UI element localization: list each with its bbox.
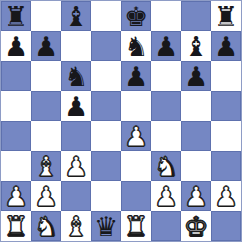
piece-white-pawn[interactable]: ♟: [214, 183, 238, 210]
square-d3[interactable]: [91, 151, 121, 181]
square-h2[interactable]: ♟: [211, 181, 241, 211]
square-a4[interactable]: [1, 121, 31, 151]
square-b6[interactable]: [31, 61, 61, 91]
square-e1[interactable]: ♜: [121, 211, 151, 241]
chess-board-container: ♜♝♚♜♟♟♞♟♝♟♞♟♟♟♟♝♟♞♟♟♟♟♟♜♞♝♛♜♚: [0, 0, 242, 242]
square-b1[interactable]: ♞: [31, 211, 61, 241]
square-h4[interactable]: [211, 121, 241, 151]
square-d8[interactable]: [91, 1, 121, 31]
square-h6[interactable]: [211, 61, 241, 91]
square-b7[interactable]: ♟: [31, 31, 61, 61]
square-g2[interactable]: ♟: [181, 181, 211, 211]
piece-black-pawn[interactable]: ♟: [154, 33, 178, 60]
square-g6[interactable]: ♟: [181, 61, 211, 91]
square-f6[interactable]: [151, 61, 181, 91]
square-a5[interactable]: [1, 91, 31, 121]
square-f3[interactable]: ♞: [151, 151, 181, 181]
piece-white-rook[interactable]: ♜: [4, 213, 28, 240]
square-e7[interactable]: ♞: [121, 31, 151, 61]
square-b8[interactable]: [31, 1, 61, 31]
square-d4[interactable]: [91, 121, 121, 151]
piece-black-knight[interactable]: ♞: [124, 33, 148, 60]
piece-white-pawn[interactable]: ♟: [184, 183, 208, 210]
piece-white-bishop[interactable]: ♝: [34, 153, 58, 180]
square-e3[interactable]: [121, 151, 151, 181]
square-a7[interactable]: ♟: [1, 31, 31, 61]
square-e4[interactable]: ♟: [121, 121, 151, 151]
square-f7[interactable]: ♟: [151, 31, 181, 61]
square-h3[interactable]: [211, 151, 241, 181]
square-d7[interactable]: [91, 31, 121, 61]
piece-black-pawn[interactable]: ♟: [4, 33, 28, 60]
square-g5[interactable]: [181, 91, 211, 121]
square-b3[interactable]: ♝: [31, 151, 61, 181]
square-c4[interactable]: [61, 121, 91, 151]
piece-white-knight[interactable]: ♞: [34, 213, 58, 240]
piece-black-pawn[interactable]: ♟: [184, 63, 208, 90]
square-f8[interactable]: [151, 1, 181, 31]
square-e5[interactable]: [121, 91, 151, 121]
square-g7[interactable]: ♝: [181, 31, 211, 61]
square-h8[interactable]: ♜: [211, 1, 241, 31]
piece-black-king[interactable]: ♚: [124, 3, 148, 30]
piece-white-bishop[interactable]: ♝: [64, 213, 88, 240]
square-e2[interactable]: [121, 181, 151, 211]
square-c2[interactable]: [61, 181, 91, 211]
square-c3[interactable]: ♟: [61, 151, 91, 181]
square-g4[interactable]: [181, 121, 211, 151]
square-g1[interactable]: ♚: [181, 211, 211, 241]
piece-black-bishop[interactable]: ♝: [64, 3, 88, 30]
square-c8[interactable]: ♝: [61, 1, 91, 31]
piece-white-pawn[interactable]: ♟: [34, 183, 58, 210]
square-e6[interactable]: ♟: [121, 61, 151, 91]
square-f5[interactable]: [151, 91, 181, 121]
square-a8[interactable]: ♜: [1, 1, 31, 31]
square-f1[interactable]: [151, 211, 181, 241]
square-d2[interactable]: [91, 181, 121, 211]
piece-black-knight[interactable]: ♞: [64, 63, 88, 90]
square-e8[interactable]: ♚: [121, 1, 151, 31]
piece-black-rook[interactable]: ♜: [214, 3, 238, 30]
piece-white-pawn[interactable]: ♟: [124, 123, 148, 150]
piece-black-pawn[interactable]: ♟: [124, 63, 148, 90]
square-h1[interactable]: [211, 211, 241, 241]
piece-black-rook[interactable]: ♜: [4, 3, 28, 30]
square-f4[interactable]: [151, 121, 181, 151]
square-a1[interactable]: ♜: [1, 211, 31, 241]
piece-white-king[interactable]: ♚: [184, 213, 208, 240]
piece-white-pawn[interactable]: ♟: [154, 183, 178, 210]
square-f2[interactable]: ♟: [151, 181, 181, 211]
piece-black-pawn[interactable]: ♟: [64, 93, 88, 120]
square-b5[interactable]: [31, 91, 61, 121]
piece-black-bishop[interactable]: ♝: [184, 33, 208, 60]
chess-board: ♜♝♚♜♟♟♞♟♝♟♞♟♟♟♟♝♟♞♟♟♟♟♟♜♞♝♛♜♚: [0, 0, 242, 242]
square-g8[interactable]: [181, 1, 211, 31]
square-d1[interactable]: ♛: [91, 211, 121, 241]
piece-white-pawn[interactable]: ♟: [64, 153, 88, 180]
square-a2[interactable]: ♟: [1, 181, 31, 211]
piece-black-pawn[interactable]: ♟: [34, 33, 58, 60]
square-c7[interactable]: [61, 31, 91, 61]
square-d5[interactable]: [91, 91, 121, 121]
square-a6[interactable]: [1, 61, 31, 91]
square-h7[interactable]: ♟: [211, 31, 241, 61]
square-g3[interactable]: [181, 151, 211, 181]
piece-white-rook[interactable]: ♜: [124, 213, 148, 240]
square-b4[interactable]: [31, 121, 61, 151]
piece-white-pawn[interactable]: ♟: [4, 183, 28, 210]
piece-black-queen[interactable]: ♛: [94, 213, 118, 240]
square-c6[interactable]: ♞: [61, 61, 91, 91]
square-c1[interactable]: ♝: [61, 211, 91, 241]
square-b2[interactable]: ♟: [31, 181, 61, 211]
piece-white-knight[interactable]: ♞: [154, 153, 178, 180]
square-c5[interactable]: ♟: [61, 91, 91, 121]
square-d6[interactable]: [91, 61, 121, 91]
square-h5[interactable]: [211, 91, 241, 121]
piece-black-pawn[interactable]: ♟: [214, 33, 238, 60]
square-a3[interactable]: [1, 151, 31, 181]
